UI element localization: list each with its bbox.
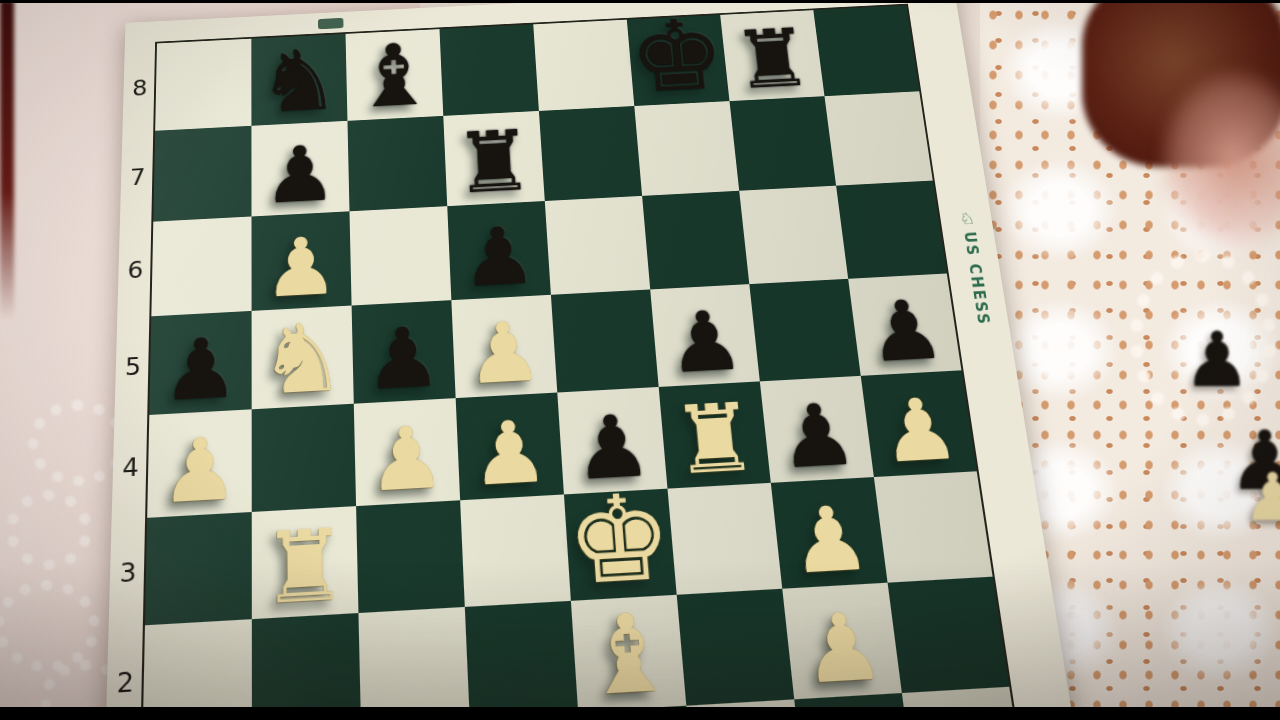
piece-black-bishop-c8: ♝ — [351, 34, 437, 119]
letterbox-bottom — [0, 707, 1280, 720]
square-c5: ♟ — [352, 300, 456, 404]
square-a5: ♟ — [149, 311, 251, 415]
chess-board: 8765432 ♞♝♚♜♟♜♟♟♟♞♟♟♟♟♟♟♟♟♜♟♟♜♚♟♝♟ ♘ US … — [101, 0, 1091, 720]
square-b5: ♞ — [252, 306, 354, 410]
square-d4: ♟ — [456, 393, 564, 501]
square-b3: ♜ — [252, 506, 359, 619]
background-object — [0, 0, 14, 320]
square-g7 — [730, 96, 837, 191]
piece-white-pawn-g3: ♟ — [786, 497, 875, 586]
piece-white-rook-f4: ♜ — [668, 392, 761, 486]
square-c2 — [358, 607, 469, 720]
square-d8 — [439, 24, 538, 116]
square-d5: ♟ — [451, 295, 557, 398]
square-h3 — [874, 471, 993, 582]
square-h5: ♟ — [848, 273, 961, 375]
square-a8 — [155, 39, 251, 131]
square-g3: ♟ — [771, 477, 888, 589]
piece-white-king-e3: ♚ — [563, 480, 677, 599]
piece-white-pawn-a4: ♟ — [160, 428, 239, 515]
square-f5: ♟ — [650, 284, 760, 387]
square-a6 — [151, 216, 251, 316]
square-g5 — [749, 279, 860, 382]
square-a2 — [143, 619, 252, 720]
board-brand-mark-icon — [318, 18, 344, 29]
piece-white-pawn-d5: ♟ — [464, 313, 544, 395]
piece-white-bishop-e2: ♝ — [578, 600, 680, 709]
square-f2 — [677, 589, 795, 706]
square-f7 — [634, 101, 739, 196]
square-e5 — [551, 289, 659, 392]
square-e2: ♝ — [571, 595, 686, 712]
square-e6 — [545, 196, 650, 295]
square-h2 — [888, 577, 1010, 693]
square-g8: ♜ — [720, 10, 824, 101]
lace-doily — [6, 490, 92, 570]
square-c7 — [347, 116, 447, 211]
uschess-logo-text: US CHESS — [960, 231, 993, 326]
board-grid: ♞♝♚♜♟♜♟♟♟♞♟♟♟♟♟♟♟♟♜♟♟♜♚♟♝♟ — [140, 5, 1026, 720]
square-f6 — [642, 191, 749, 290]
square-f8: ♚ — [627, 15, 730, 106]
piece-black-pawn-c5: ♟ — [364, 318, 443, 401]
piece-black-pawn-d6: ♟ — [460, 218, 538, 297]
piece-black-pawn-f5: ♟ — [664, 302, 747, 384]
square-a7 — [153, 126, 251, 222]
square-d7: ♜ — [443, 111, 544, 206]
square-c6 — [349, 206, 451, 305]
square-e4: ♟ — [557, 387, 667, 494]
square-g2: ♟ — [782, 583, 902, 700]
letterbox-top — [0, 0, 1280, 3]
captured-piece-white-pawn: ♟ — [1243, 465, 1280, 531]
square-b7: ♟ — [251, 121, 349, 217]
rank-label: 5 — [114, 316, 151, 417]
uschess-knight-icon: ♘ — [958, 209, 976, 228]
square-h6 — [836, 181, 947, 279]
square-e3: ♚ — [564, 489, 677, 601]
piece-black-pawn-e4: ♟ — [571, 406, 655, 492]
piece-black-pawn-b7: ♟ — [263, 138, 337, 214]
piece-black-pawn-a5: ♟ — [162, 329, 239, 412]
rank-label: 7 — [120, 131, 155, 224]
rank-label: 2 — [105, 625, 145, 720]
square-b4 — [252, 404, 356, 512]
piece-black-rook-d7: ♜ — [452, 121, 536, 204]
square-f3 — [667, 483, 782, 595]
lace-doily — [0, 580, 100, 672]
rank-label: 6 — [117, 222, 153, 318]
square-g6 — [739, 186, 848, 284]
piece-white-pawn-d4: ♟ — [469, 411, 551, 497]
piece-black-knight-b8: ♞ — [258, 40, 341, 124]
square-b2 — [252, 613, 361, 720]
square-c8: ♝ — [346, 29, 444, 121]
square-d3 — [460, 494, 571, 606]
square-h4: ♟ — [861, 370, 977, 477]
piece-white-pawn-b6: ♟ — [264, 229, 340, 308]
square-b6: ♟ — [252, 211, 352, 311]
square-h7 — [824, 91, 932, 185]
piece-black-king-f8: ♚ — [626, 8, 729, 104]
rank-label: 8 — [122, 43, 157, 132]
piece-white-pawn-g2: ♟ — [797, 603, 888, 696]
square-f4: ♜ — [659, 381, 771, 488]
rank-label: 3 — [109, 518, 148, 628]
square-c4: ♟ — [354, 398, 460, 506]
square-b8: ♞ — [251, 34, 347, 126]
piece-white-pawn-c4: ♟ — [367, 417, 447, 503]
piece-black-pawn-g4: ♟ — [774, 395, 861, 480]
square-e8 — [533, 20, 634, 111]
square-e7 — [539, 106, 642, 201]
square-h8 — [813, 5, 919, 96]
square-a3 — [145, 512, 252, 625]
square-c3 — [356, 500, 465, 613]
square-d6: ♟ — [447, 201, 551, 300]
piece-white-pawn-h4: ♟ — [876, 389, 964, 474]
captured-piece-black-pawn: ♟ — [1183, 322, 1251, 398]
rank-label: 4 — [112, 415, 150, 520]
square-d2 — [465, 601, 578, 719]
square-g4: ♟ — [760, 376, 874, 483]
piece-black-rook-g8: ♜ — [729, 20, 816, 99]
piece-white-rook-b3: ♜ — [261, 518, 349, 617]
square-a4: ♟ — [147, 409, 252, 518]
photo-frame: 8765432 ♞♝♚♜♟♜♟♟♟♞♟♟♟♟♟♟♟♟♜♟♟♜♚♟♝♟ ♘ US … — [0, 0, 1280, 720]
piece-black-pawn-h5: ♟ — [863, 291, 949, 373]
piece-white-knight-b5: ♞ — [259, 312, 347, 406]
